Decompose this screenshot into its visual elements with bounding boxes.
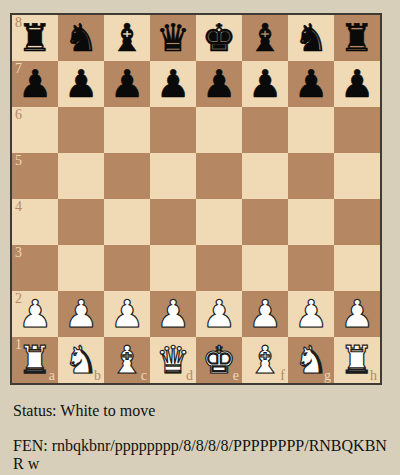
piece-white-pawn[interactable]: ♟ [12, 291, 58, 337]
square-e5[interactable] [196, 153, 242, 199]
square-h1[interactable]: h♜ [334, 337, 380, 383]
chess-board: 8♜♞♝♛♚♝♞♜7♟♟♟♟♟♟♟♟65432♟♟♟♟♟♟♟♟1a♜b♞c♝d♛… [12, 15, 380, 383]
square-d8[interactable]: ♛ [150, 15, 196, 61]
rank-label-5: 5 [15, 153, 22, 169]
piece-white-pawn[interactable]: ♟ [104, 291, 150, 337]
fen-line-1: FEN: rnbqkbnr/pppppppp/8/8/8/8/PPPPPPPP/… [13, 437, 387, 472]
square-c3[interactable] [104, 245, 150, 291]
square-e6[interactable] [196, 107, 242, 153]
square-c2[interactable]: ♟ [104, 291, 150, 337]
square-g5[interactable] [288, 153, 334, 199]
square-h7[interactable]: ♟ [334, 61, 380, 107]
square-e7[interactable]: ♟ [196, 61, 242, 107]
square-d6[interactable] [150, 107, 196, 153]
piece-white-rook[interactable]: ♜ [12, 337, 58, 383]
piece-black-knight[interactable]: ♞ [288, 15, 334, 61]
piece-black-king[interactable]: ♚ [196, 15, 242, 61]
piece-white-rook[interactable]: ♜ [334, 337, 380, 383]
piece-white-queen[interactable]: ♛ [150, 337, 196, 383]
square-h8[interactable]: ♜ [334, 15, 380, 61]
piece-white-knight[interactable]: ♞ [58, 337, 104, 383]
square-a2[interactable]: 2♟ [12, 291, 58, 337]
square-e4[interactable] [196, 199, 242, 245]
square-f7[interactable]: ♟ [242, 61, 288, 107]
square-f4[interactable] [242, 199, 288, 245]
piece-white-pawn[interactable]: ♟ [242, 291, 288, 337]
square-c8[interactable]: ♝ [104, 15, 150, 61]
piece-black-pawn[interactable]: ♟ [104, 61, 150, 107]
piece-black-pawn[interactable]: ♟ [12, 61, 58, 107]
square-e2[interactable]: ♟ [196, 291, 242, 337]
square-d2[interactable]: ♟ [150, 291, 196, 337]
square-a3[interactable]: 3 [12, 245, 58, 291]
piece-black-pawn[interactable]: ♟ [288, 61, 334, 107]
square-b7[interactable]: ♟ [58, 61, 104, 107]
square-d3[interactable] [150, 245, 196, 291]
square-c1[interactable]: c♝ [104, 337, 150, 383]
square-b8[interactable]: ♞ [58, 15, 104, 61]
square-b5[interactable] [58, 153, 104, 199]
piece-black-bishop[interactable]: ♝ [242, 15, 288, 61]
piece-white-bishop[interactable]: ♝ [104, 337, 150, 383]
piece-black-bishop[interactable]: ♝ [104, 15, 150, 61]
piece-black-queen[interactable]: ♛ [150, 15, 196, 61]
square-f6[interactable] [242, 107, 288, 153]
square-f1[interactable]: f♝ [242, 337, 288, 383]
piece-white-pawn[interactable]: ♟ [150, 291, 196, 337]
chess-board-frame: 8♜♞♝♛♚♝♞♜7♟♟♟♟♟♟♟♟65432♟♟♟♟♟♟♟♟1a♜b♞c♝d♛… [10, 13, 382, 385]
piece-black-knight[interactable]: ♞ [58, 15, 104, 61]
fen-text: FEN: rnbqkbnr/pppppppp/8/8/8/8/PPPPPPPP/… [13, 437, 387, 475]
piece-black-pawn[interactable]: ♟ [242, 61, 288, 107]
square-d1[interactable]: d♛ [150, 337, 196, 383]
square-f8[interactable]: ♝ [242, 15, 288, 61]
rank-label-3: 3 [15, 245, 22, 261]
square-f3[interactable] [242, 245, 288, 291]
square-e1[interactable]: e♚ [196, 337, 242, 383]
square-c4[interactable] [104, 199, 150, 245]
piece-black-pawn[interactable]: ♟ [150, 61, 196, 107]
square-c6[interactable] [104, 107, 150, 153]
piece-black-rook[interactable]: ♜ [12, 15, 58, 61]
square-g3[interactable] [288, 245, 334, 291]
square-e3[interactable] [196, 245, 242, 291]
square-f5[interactable] [242, 153, 288, 199]
square-h4[interactable] [334, 199, 380, 245]
piece-black-rook[interactable]: ♜ [334, 15, 380, 61]
square-g4[interactable] [288, 199, 334, 245]
square-h2[interactable]: ♟ [334, 291, 380, 337]
square-a8[interactable]: 8♜ [12, 15, 58, 61]
square-b3[interactable] [58, 245, 104, 291]
square-a4[interactable]: 4 [12, 199, 58, 245]
piece-white-pawn[interactable]: ♟ [334, 291, 380, 337]
piece-white-pawn[interactable]: ♟ [196, 291, 242, 337]
piece-white-pawn[interactable]: ♟ [58, 291, 104, 337]
square-h3[interactable] [334, 245, 380, 291]
square-a6[interactable]: 6 [12, 107, 58, 153]
piece-black-pawn[interactable]: ♟ [58, 61, 104, 107]
piece-black-pawn[interactable]: ♟ [196, 61, 242, 107]
square-b2[interactable]: ♟ [58, 291, 104, 337]
square-h5[interactable] [334, 153, 380, 199]
rank-label-6: 6 [15, 107, 22, 123]
piece-white-bishop[interactable]: ♝ [242, 337, 288, 383]
piece-black-pawn[interactable]: ♟ [334, 61, 380, 107]
square-a5[interactable]: 5 [12, 153, 58, 199]
square-g6[interactable] [288, 107, 334, 153]
square-f2[interactable]: ♟ [242, 291, 288, 337]
square-d5[interactable] [150, 153, 196, 199]
piece-white-king[interactable]: ♚ [196, 337, 242, 383]
square-d4[interactable] [150, 199, 196, 245]
square-b6[interactable] [58, 107, 104, 153]
square-b1[interactable]: b♞ [58, 337, 104, 383]
square-h6[interactable] [334, 107, 380, 153]
square-c5[interactable] [104, 153, 150, 199]
square-c7[interactable]: ♟ [104, 61, 150, 107]
status-text: Status: White to move [13, 402, 387, 420]
square-e8[interactable]: ♚ [196, 15, 242, 61]
piece-white-knight[interactable]: ♞ [288, 337, 334, 383]
square-d7[interactable]: ♟ [150, 61, 196, 107]
piece-white-pawn[interactable]: ♟ [288, 291, 334, 337]
square-g1[interactable]: g♞ [288, 337, 334, 383]
square-b4[interactable] [58, 199, 104, 245]
square-a1[interactable]: 1a♜ [12, 337, 58, 383]
rank-label-4: 4 [15, 199, 22, 215]
square-a7[interactable]: 7♟ [12, 61, 58, 107]
square-g7[interactable]: ♟ [288, 61, 334, 107]
square-g2[interactable]: ♟ [288, 291, 334, 337]
square-g8[interactable]: ♞ [288, 15, 334, 61]
